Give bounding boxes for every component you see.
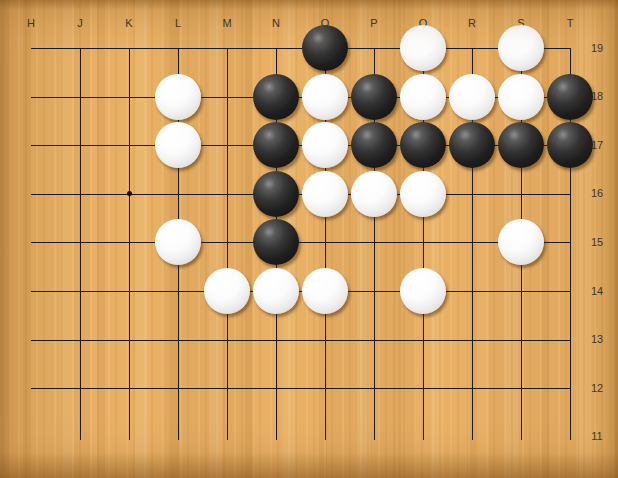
stone-white-O18[interactable]: [302, 74, 348, 120]
column-label-L: L: [167, 18, 189, 29]
star-point-K16: [127, 191, 132, 196]
stone-white-M14[interactable]: [204, 268, 250, 314]
column-label-N: N: [265, 18, 287, 29]
grid-hline-16: [31, 194, 571, 195]
stone-white-L17[interactable]: [155, 122, 201, 168]
stone-black-N16[interactable]: [253, 171, 299, 217]
column-label-K: K: [118, 18, 140, 29]
column-label-P: P: [363, 18, 385, 29]
stone-black-Q17[interactable]: [400, 122, 446, 168]
stone-white-S18[interactable]: [498, 74, 544, 120]
row-label-15: 15: [586, 237, 608, 248]
grid-hline-15: [31, 242, 571, 243]
row-label-13: 13: [586, 334, 608, 345]
column-label-H: H: [20, 18, 42, 29]
stone-white-Q18[interactable]: [400, 74, 446, 120]
stone-white-Q16[interactable]: [400, 171, 446, 217]
stone-black-R17[interactable]: [449, 122, 495, 168]
stone-white-O17[interactable]: [302, 122, 348, 168]
row-label-14: 14: [586, 286, 608, 297]
stone-white-Q19[interactable]: [400, 25, 446, 71]
stone-black-S17[interactable]: [498, 122, 544, 168]
stone-white-P16[interactable]: [351, 171, 397, 217]
row-label-19: 19: [586, 43, 608, 54]
column-label-J: J: [69, 18, 91, 29]
stone-black-N18[interactable]: [253, 74, 299, 120]
grid-hline-12: [31, 388, 571, 389]
stone-white-O14[interactable]: [302, 268, 348, 314]
row-label-16: 16: [586, 188, 608, 199]
stone-black-O19[interactable]: [302, 25, 348, 71]
grid-vline-K: [129, 48, 130, 440]
stone-white-O16[interactable]: [302, 171, 348, 217]
stone-white-L18[interactable]: [155, 74, 201, 120]
stone-white-S15[interactable]: [498, 219, 544, 265]
stone-black-N15[interactable]: [253, 219, 299, 265]
stone-black-T17[interactable]: [547, 122, 593, 168]
stone-black-T18[interactable]: [547, 74, 593, 120]
stone-black-N17[interactable]: [253, 122, 299, 168]
row-label-12: 12: [586, 383, 608, 394]
stone-white-S19[interactable]: [498, 25, 544, 71]
go-board[interactable]: HJKLMNOPQRST191817161514131211: [0, 0, 618, 478]
column-label-M: M: [216, 18, 238, 29]
stone-black-P18[interactable]: [351, 74, 397, 120]
grid-hline-19: [31, 48, 571, 49]
grid-vline-J: [80, 48, 81, 440]
stone-black-P17[interactable]: [351, 122, 397, 168]
grid-vline-M: [227, 48, 228, 440]
stone-white-N14[interactable]: [253, 268, 299, 314]
stone-white-L15[interactable]: [155, 219, 201, 265]
column-label-T: T: [559, 18, 581, 29]
grid-hline-14: [31, 291, 571, 292]
stone-white-Q14[interactable]: [400, 268, 446, 314]
row-label-11: 11: [586, 431, 608, 442]
column-label-R: R: [461, 18, 483, 29]
grid-hline-13: [31, 340, 571, 341]
stone-white-R18[interactable]: [449, 74, 495, 120]
